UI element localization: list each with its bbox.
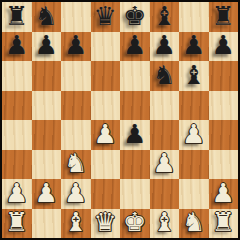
square-d6[interactable] [91, 61, 121, 91]
square-c6[interactable] [61, 61, 91, 91]
piece-black-knight: ♞ [35, 3, 58, 29]
square-a3[interactable] [2, 150, 32, 180]
square-a1[interactable]: ♜ [2, 209, 32, 239]
square-b4[interactable] [32, 120, 62, 150]
square-g2[interactable] [179, 179, 209, 209]
square-e7[interactable]: ♟ [120, 32, 150, 62]
piece-black-pawn: ♟ [212, 32, 235, 58]
piece-white-king: ♚ [123, 209, 146, 235]
square-d7[interactable] [91, 32, 121, 62]
square-g1[interactable]: ♞ [179, 209, 209, 239]
square-d2[interactable] [91, 179, 121, 209]
piece-black-pawn: ♟ [5, 32, 28, 58]
piece-black-pawn: ♟ [123, 121, 146, 147]
square-d5[interactable] [91, 91, 121, 121]
square-d1[interactable]: ♛ [91, 209, 121, 239]
square-h8[interactable]: ♜ [209, 2, 239, 32]
square-g3[interactable] [179, 150, 209, 180]
square-a5[interactable] [2, 91, 32, 121]
piece-black-bishop: ♝ [153, 3, 176, 29]
square-b7[interactable]: ♟ [32, 32, 62, 62]
piece-white-pawn: ♟ [64, 180, 87, 206]
square-c3[interactable]: ♞ [61, 150, 91, 180]
piece-black-pawn: ♟ [182, 32, 205, 58]
piece-white-pawn: ♟ [153, 150, 176, 176]
square-b6[interactable] [32, 61, 62, 91]
square-f4[interactable] [150, 120, 180, 150]
square-d4[interactable]: ♟ [91, 120, 121, 150]
square-g4[interactable]: ♟ [179, 120, 209, 150]
square-c8[interactable] [61, 2, 91, 32]
piece-black-queen: ♛ [94, 3, 117, 29]
piece-black-pawn: ♟ [35, 32, 58, 58]
piece-black-king: ♚ [123, 3, 146, 29]
square-f6[interactable]: ♞ [150, 61, 180, 91]
square-b1[interactable] [32, 209, 62, 239]
square-f7[interactable]: ♟ [150, 32, 180, 62]
square-h3[interactable] [209, 150, 239, 180]
square-h7[interactable]: ♟ [209, 32, 239, 62]
square-c1[interactable]: ♝ [61, 209, 91, 239]
piece-black-rook: ♜ [212, 3, 235, 29]
piece-white-pawn: ♟ [182, 121, 205, 147]
square-b3[interactable] [32, 150, 62, 180]
piece-white-rook: ♜ [5, 209, 28, 235]
square-h5[interactable] [209, 91, 239, 121]
piece-white-rook: ♜ [212, 209, 235, 235]
piece-white-pawn: ♟ [5, 180, 28, 206]
square-h2[interactable]: ♟ [209, 179, 239, 209]
board-frame: ♜♞♛♚♝♜♟♟♟♟♟♟♟♞♝♟♟♟♞♟♟♟♟♟♜♝♛♚♝♞♜ [0, 0, 240, 240]
square-a4[interactable] [2, 120, 32, 150]
chess-board: ♜♞♛♚♝♜♟♟♟♟♟♟♟♞♝♟♟♟♞♟♟♟♟♟♜♝♛♚♝♞♜ [2, 2, 238, 238]
square-g6[interactable]: ♝ [179, 61, 209, 91]
square-a2[interactable]: ♟ [2, 179, 32, 209]
square-f5[interactable] [150, 91, 180, 121]
piece-white-knight: ♞ [64, 150, 87, 176]
square-b2[interactable]: ♟ [32, 179, 62, 209]
square-d3[interactable] [91, 150, 121, 180]
square-d8[interactable]: ♛ [91, 2, 121, 32]
piece-black-pawn: ♟ [64, 32, 87, 58]
square-e3[interactable] [120, 150, 150, 180]
piece-white-pawn: ♟ [35, 180, 58, 206]
piece-white-pawn: ♟ [94, 121, 117, 147]
square-e1[interactable]: ♚ [120, 209, 150, 239]
square-a7[interactable]: ♟ [2, 32, 32, 62]
square-e4[interactable]: ♟ [120, 120, 150, 150]
square-f8[interactable]: ♝ [150, 2, 180, 32]
piece-black-pawn: ♟ [123, 32, 146, 58]
square-g7[interactable]: ♟ [179, 32, 209, 62]
square-h4[interactable] [209, 120, 239, 150]
square-c4[interactable] [61, 120, 91, 150]
piece-black-rook: ♜ [5, 3, 28, 29]
square-e6[interactable] [120, 61, 150, 91]
square-e2[interactable] [120, 179, 150, 209]
piece-white-bishop: ♝ [153, 209, 176, 235]
square-f2[interactable] [150, 179, 180, 209]
piece-black-knight: ♞ [153, 62, 176, 88]
square-c5[interactable] [61, 91, 91, 121]
square-h1[interactable]: ♜ [209, 209, 239, 239]
square-f1[interactable]: ♝ [150, 209, 180, 239]
square-a6[interactable] [2, 61, 32, 91]
square-f3[interactable]: ♟ [150, 150, 180, 180]
square-g8[interactable] [179, 2, 209, 32]
square-b8[interactable]: ♞ [32, 2, 62, 32]
square-h6[interactable] [209, 61, 239, 91]
piece-black-pawn: ♟ [153, 32, 176, 58]
piece-white-queen: ♛ [94, 209, 117, 235]
piece-white-knight: ♞ [182, 209, 205, 235]
square-a8[interactable]: ♜ [2, 2, 32, 32]
piece-white-pawn: ♟ [212, 180, 235, 206]
piece-black-bishop: ♝ [182, 62, 205, 88]
square-b5[interactable] [32, 91, 62, 121]
square-g5[interactable] [179, 91, 209, 121]
piece-white-bishop: ♝ [64, 209, 87, 235]
square-c2[interactable]: ♟ [61, 179, 91, 209]
square-e8[interactable]: ♚ [120, 2, 150, 32]
square-e5[interactable] [120, 91, 150, 121]
square-c7[interactable]: ♟ [61, 32, 91, 62]
